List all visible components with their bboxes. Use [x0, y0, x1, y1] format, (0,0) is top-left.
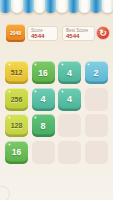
- empty-cell: [58, 114, 81, 137]
- board-grid[interactable]: 512164225644128816: [5, 61, 108, 164]
- awning-stripe: [90, 0, 101, 13]
- corner-decoration: [0, 186, 10, 200]
- awning-stripe: [102, 0, 113, 13]
- score-box: Score 4544: [27, 26, 58, 41]
- tile-256: 256: [5, 88, 28, 111]
- refresh-icon: ↻: [99, 29, 107, 38]
- tile-8: 8: [32, 114, 55, 137]
- awning-stripe: [23, 0, 34, 13]
- awning-stripe: [11, 0, 22, 13]
- awning-stripe: [56, 0, 67, 13]
- best-score-value: 4544: [66, 33, 94, 40]
- awning-stripe: [0, 0, 11, 13]
- empty-cell: [32, 141, 55, 164]
- awning-stripe: [79, 0, 90, 13]
- awning-stripe: [68, 0, 79, 13]
- restart-button[interactable]: ↻: [96, 26, 110, 40]
- empty-cell: [85, 141, 108, 164]
- awning-decoration: [0, 0, 113, 14]
- tile-4: 4: [32, 88, 55, 111]
- score-value: 4544: [31, 33, 57, 40]
- game-window: 2048 Score 4544 Best Score 4544 ↻ 512164…: [0, 0, 113, 200]
- tile-4: 4: [58, 61, 81, 84]
- tile-512: 512: [5, 61, 28, 84]
- tile-4: 4: [58, 88, 81, 111]
- tile-16: 16: [5, 141, 28, 164]
- tile-2: 2: [85, 61, 108, 84]
- empty-cell: [85, 114, 108, 137]
- empty-cell: [85, 88, 108, 111]
- awning-stripe: [45, 0, 56, 13]
- best-score-box: Best Score 4544: [62, 26, 95, 41]
- tile-16: 16: [32, 61, 55, 84]
- logo-tile-2048: 2048: [6, 24, 25, 42]
- empty-cell: [58, 141, 81, 164]
- awning-stripe: [34, 0, 45, 13]
- tile-128: 128: [5, 114, 28, 137]
